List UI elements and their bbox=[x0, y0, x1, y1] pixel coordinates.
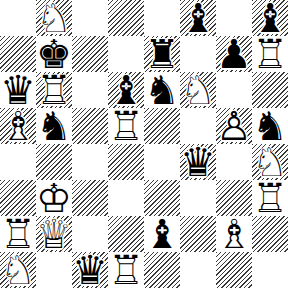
piece-black-knight[interactable]: ♞ bbox=[36, 108, 72, 144]
square-b2[interactable]: ♕ bbox=[36, 216, 72, 252]
piece-black-queen[interactable]: ♛ bbox=[72, 252, 108, 288]
square-c4[interactable] bbox=[72, 144, 108, 180]
square-e4[interactable] bbox=[144, 144, 180, 180]
square-e5[interactable] bbox=[144, 108, 180, 144]
square-a8[interactable] bbox=[0, 0, 36, 36]
piece-black-queen[interactable]: ♛ bbox=[180, 144, 216, 180]
square-c7[interactable] bbox=[72, 36, 108, 72]
square-a5[interactable]: ♗ bbox=[0, 108, 36, 144]
square-f6[interactable]: ♘ bbox=[180, 72, 216, 108]
square-b1[interactable] bbox=[36, 252, 72, 288]
piece-white-rook[interactable]: ♖ bbox=[108, 108, 144, 144]
square-h3[interactable]: ♖ bbox=[252, 180, 288, 216]
piece-white-rook[interactable]: ♖ bbox=[108, 252, 144, 288]
square-c6[interactable] bbox=[72, 72, 108, 108]
piece-white-rook[interactable]: ♖ bbox=[252, 36, 288, 72]
square-f3[interactable] bbox=[180, 180, 216, 216]
square-h7[interactable]: ♖ bbox=[252, 36, 288, 72]
square-c1[interactable]: ♛ bbox=[72, 252, 108, 288]
square-e6[interactable]: ♞ bbox=[144, 72, 180, 108]
square-g7[interactable]: ♟ bbox=[216, 36, 252, 72]
piece-black-knight[interactable]: ♞ bbox=[144, 72, 180, 108]
square-g1[interactable] bbox=[216, 252, 252, 288]
piece-white-rook[interactable]: ♖ bbox=[252, 180, 288, 216]
piece-white-queen[interactable]: ♕ bbox=[36, 216, 72, 252]
square-g2[interactable]: ♗ bbox=[216, 216, 252, 252]
square-c5[interactable] bbox=[72, 108, 108, 144]
square-h1[interactable] bbox=[252, 252, 288, 288]
piece-white-bishop[interactable]: ♗ bbox=[0, 108, 36, 144]
square-a4[interactable] bbox=[0, 144, 36, 180]
piece-white-knight[interactable]: ♘ bbox=[0, 252, 36, 288]
square-e2[interactable]: ♝ bbox=[144, 216, 180, 252]
square-f4[interactable]: ♛ bbox=[180, 144, 216, 180]
square-f1[interactable] bbox=[180, 252, 216, 288]
square-d5[interactable]: ♖ bbox=[108, 108, 144, 144]
square-d1[interactable]: ♖ bbox=[108, 252, 144, 288]
square-f8[interactable]: ♝ bbox=[180, 0, 216, 36]
square-d8[interactable] bbox=[108, 0, 144, 36]
square-b5[interactable]: ♞ bbox=[36, 108, 72, 144]
square-h2[interactable] bbox=[252, 216, 288, 252]
chess-board: ♘♝♝♚♜♟♖♛♖♝♞♘♗♞♖♙♞♛♘♔♖♖♕♝♗♘♛♖ bbox=[0, 0, 288, 288]
square-e1[interactable] bbox=[144, 252, 180, 288]
square-c8[interactable] bbox=[72, 0, 108, 36]
square-d3[interactable] bbox=[108, 180, 144, 216]
square-g5[interactable]: ♙ bbox=[216, 108, 252, 144]
piece-black-bishop[interactable]: ♝ bbox=[180, 0, 216, 36]
square-a1[interactable]: ♘ bbox=[0, 252, 36, 288]
piece-white-knight[interactable]: ♘ bbox=[180, 72, 216, 108]
piece-black-bishop[interactable]: ♝ bbox=[144, 216, 180, 252]
piece-white-bishop[interactable]: ♗ bbox=[216, 216, 252, 252]
square-f2[interactable] bbox=[180, 216, 216, 252]
square-c3[interactable] bbox=[72, 180, 108, 216]
piece-black-pawn[interactable]: ♟ bbox=[216, 36, 252, 72]
piece-white-pawn[interactable]: ♙ bbox=[216, 108, 252, 144]
square-g4[interactable] bbox=[216, 144, 252, 180]
square-d4[interactable] bbox=[108, 144, 144, 180]
